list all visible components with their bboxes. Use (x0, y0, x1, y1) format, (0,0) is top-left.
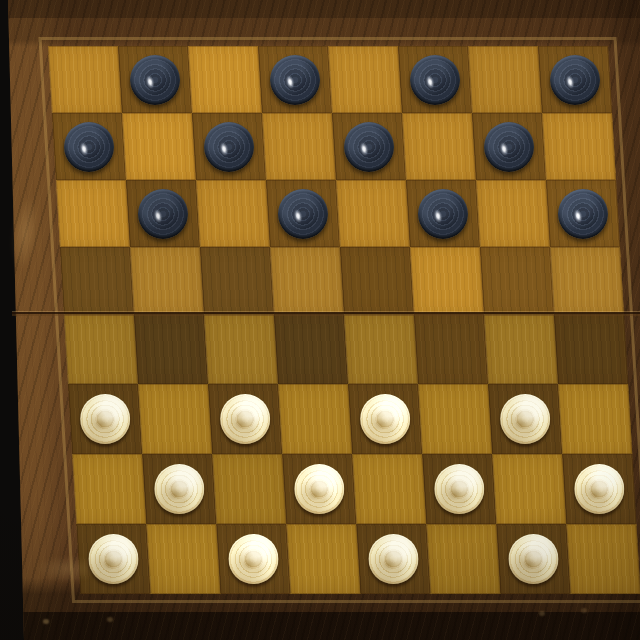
square-f8[interactable] (398, 46, 472, 113)
square-h1[interactable] (566, 524, 640, 594)
light-piece[interactable] (434, 464, 484, 514)
square-d6[interactable] (266, 180, 340, 247)
checkers-board (48, 46, 640, 594)
square-d4[interactable] (274, 314, 348, 384)
square-a7[interactable] (52, 113, 126, 180)
light-piece[interactable] (500, 394, 550, 444)
square-d3[interactable] (278, 384, 352, 454)
square-b2[interactable] (142, 454, 216, 524)
light-piece[interactable] (228, 534, 278, 584)
square-e8[interactable] (328, 46, 402, 113)
dark-piece[interactable] (138, 189, 188, 239)
square-a4[interactable] (64, 314, 138, 384)
light-piece[interactable] (154, 464, 204, 514)
square-g2[interactable] (492, 454, 566, 524)
square-g1[interactable] (496, 524, 570, 594)
board-grid (48, 46, 640, 594)
square-d5[interactable] (270, 247, 344, 314)
light-piece[interactable] (88, 534, 138, 584)
square-h8[interactable] (538, 46, 612, 113)
square-a6[interactable] (56, 180, 130, 247)
light-piece[interactable] (508, 534, 558, 584)
dark-piece[interactable] (410, 55, 460, 105)
square-c8[interactable] (188, 46, 262, 113)
square-b8[interactable] (118, 46, 192, 113)
square-b5[interactable] (130, 247, 204, 314)
square-f1[interactable] (426, 524, 500, 594)
square-f6[interactable] (406, 180, 480, 247)
square-h4[interactable] (554, 314, 628, 384)
square-b6[interactable] (126, 180, 200, 247)
square-g4[interactable] (484, 314, 558, 384)
dark-piece[interactable] (550, 55, 600, 105)
square-d1[interactable] (286, 524, 360, 594)
square-e1[interactable] (356, 524, 430, 594)
light-piece[interactable] (368, 534, 418, 584)
square-a8[interactable] (48, 46, 122, 113)
square-g8[interactable] (468, 46, 542, 113)
square-g3[interactable] (488, 384, 562, 454)
square-h2[interactable] (562, 454, 636, 524)
square-c5[interactable] (200, 247, 274, 314)
square-g6[interactable] (476, 180, 550, 247)
square-b3[interactable] (138, 384, 212, 454)
square-c2[interactable] (212, 454, 286, 524)
square-a2[interactable] (72, 454, 146, 524)
board-fold-seam (12, 311, 640, 316)
square-f3[interactable] (418, 384, 492, 454)
square-g5[interactable] (480, 247, 554, 314)
square-h3[interactable] (558, 384, 632, 454)
square-d2[interactable] (282, 454, 356, 524)
dark-piece[interactable] (278, 189, 328, 239)
square-e7[interactable] (332, 113, 406, 180)
square-c3[interactable] (208, 384, 282, 454)
square-c7[interactable] (192, 113, 266, 180)
square-f2[interactable] (422, 454, 496, 524)
square-c4[interactable] (204, 314, 278, 384)
square-e5[interactable] (340, 247, 414, 314)
dark-piece[interactable] (418, 189, 468, 239)
square-g7[interactable] (472, 113, 546, 180)
dark-piece[interactable] (270, 55, 320, 105)
light-piece[interactable] (220, 394, 270, 444)
light-piece[interactable] (294, 464, 344, 514)
dark-piece[interactable] (558, 189, 608, 239)
square-d8[interactable] (258, 46, 332, 113)
square-e2[interactable] (352, 454, 426, 524)
square-f5[interactable] (410, 247, 484, 314)
dark-piece[interactable] (484, 122, 534, 172)
light-piece[interactable] (574, 464, 624, 514)
square-b4[interactable] (134, 314, 208, 384)
light-piece[interactable] (360, 394, 410, 444)
square-f7[interactable] (402, 113, 476, 180)
square-h5[interactable] (550, 247, 624, 314)
square-b7[interactable] (122, 113, 196, 180)
square-e4[interactable] (344, 314, 418, 384)
square-h6[interactable] (546, 180, 620, 247)
square-d7[interactable] (262, 113, 336, 180)
frame-wear-specks (0, 0, 4, 3)
dark-piece[interactable] (204, 122, 254, 172)
dark-piece[interactable] (344, 122, 394, 172)
light-piece[interactable] (80, 394, 130, 444)
square-c1[interactable] (216, 524, 290, 594)
square-h7[interactable] (542, 113, 616, 180)
dark-piece[interactable] (130, 55, 180, 105)
square-e3[interactable] (348, 384, 422, 454)
dark-piece[interactable] (64, 122, 114, 172)
square-f4[interactable] (414, 314, 488, 384)
square-c6[interactable] (196, 180, 270, 247)
square-e6[interactable] (336, 180, 410, 247)
checkers-photo-scene (0, 0, 640, 640)
square-b1[interactable] (146, 524, 220, 594)
square-a1[interactable] (76, 524, 150, 594)
square-a5[interactable] (60, 247, 134, 314)
square-a3[interactable] (68, 384, 142, 454)
